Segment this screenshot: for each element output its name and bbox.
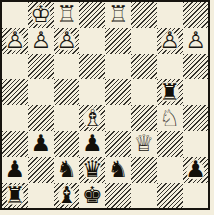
square-c1: [131, 2, 157, 28]
square-b7: [157, 157, 183, 183]
square-d4: [105, 79, 131, 105]
square-e3: [79, 54, 105, 80]
square-d1: ♖: [105, 2, 131, 28]
square-f2: ♙: [54, 28, 80, 54]
square-b4: ♜: [157, 79, 183, 105]
black-queen-icon: ♛: [82, 158, 103, 181]
square-a7: ♟: [183, 157, 209, 183]
square-h3: [2, 54, 28, 80]
square-h4: [2, 79, 28, 105]
square-b2: ♙: [157, 28, 183, 54]
square-e6: ♟: [79, 131, 105, 157]
square-a5: [183, 105, 209, 131]
white-pawn-icon: ♙: [30, 29, 51, 52]
square-e4: [79, 79, 105, 105]
board-frame: ♔♖♖♙♙♙♙♙♜♗♘♟♟♕♟♞♛♞♟♜♝♚: [0, 0, 210, 210]
black-pawn-icon: ♟: [30, 132, 51, 155]
square-a1: [183, 2, 209, 28]
square-f1: ♖: [54, 2, 80, 28]
square-d8: [105, 183, 131, 209]
square-d7: ♞: [105, 157, 131, 183]
black-pawn-icon: ♟: [82, 132, 103, 155]
square-f6: [54, 131, 80, 157]
square-g4: [28, 79, 54, 105]
square-e5: ♗: [79, 105, 105, 131]
square-h7: ♟: [2, 157, 28, 183]
white-pawn-icon: ♙: [5, 29, 26, 52]
square-a4: [183, 79, 209, 105]
square-e1: [79, 2, 105, 28]
square-d5: [105, 105, 131, 131]
square-f8: ♝: [54, 183, 80, 209]
square-g2: ♙: [28, 28, 54, 54]
white-queen-icon: ♕: [134, 132, 155, 155]
square-g3: [28, 54, 54, 80]
square-b3: [157, 54, 183, 80]
square-g8: [28, 183, 54, 209]
square-e7: ♛: [79, 157, 105, 183]
square-e8: ♚: [79, 183, 105, 209]
square-g7: [28, 157, 54, 183]
square-h5: [2, 105, 28, 131]
square-c8: [131, 183, 157, 209]
square-h2: ♙: [2, 28, 28, 54]
square-d3: [105, 54, 131, 80]
black-rook-icon: ♜: [5, 184, 26, 207]
black-knight-icon: ♞: [56, 158, 77, 181]
square-a3: [183, 54, 209, 80]
white-pawn-icon: ♙: [185, 29, 206, 52]
black-pawn-icon: ♟: [185, 158, 206, 181]
black-bishop-icon: ♝: [56, 184, 77, 207]
square-b5: ♘: [157, 105, 183, 131]
black-knight-icon: ♞: [108, 158, 129, 181]
square-a6: [183, 131, 209, 157]
square-c4: [131, 79, 157, 105]
square-b8: [157, 183, 183, 209]
white-bishop-icon: ♗: [82, 107, 103, 130]
square-c2: [131, 28, 157, 54]
white-rook-icon: ♖: [56, 3, 77, 26]
square-a8: [183, 183, 209, 209]
square-e2: [79, 28, 105, 54]
white-king-icon: ♔: [30, 3, 51, 26]
square-f4: [54, 79, 80, 105]
black-pawn-icon: ♟: [5, 158, 26, 181]
square-h8: ♜: [2, 183, 28, 209]
square-d2: [105, 28, 131, 54]
white-rook-icon: ♖: [108, 3, 129, 26]
square-c5: [131, 105, 157, 131]
black-king-icon: ♚: [82, 184, 103, 207]
square-h6: [2, 131, 28, 157]
square-g6: ♟: [28, 131, 54, 157]
white-pawn-icon: ♙: [159, 29, 180, 52]
square-d6: [105, 131, 131, 157]
black-rook-icon: ♜: [159, 81, 180, 104]
white-pawn-icon: ♙: [56, 29, 77, 52]
square-b6: [157, 131, 183, 157]
square-f5: [54, 105, 80, 131]
square-c6: ♕: [131, 131, 157, 157]
square-b1: [157, 2, 183, 28]
square-c3: [131, 54, 157, 80]
square-a2: ♙: [183, 28, 209, 54]
square-h1: [2, 2, 28, 28]
square-f3: [54, 54, 80, 80]
square-f7: ♞: [54, 157, 80, 183]
chess-board: ♔♖♖♙♙♙♙♙♜♗♘♟♟♕♟♞♛♞♟♜♝♚: [2, 2, 208, 208]
scanned-diagram-page: ♔♖♖♙♙♙♙♙♜♗♘♟♟♕♟♞♛♞♟♜♝♚: [0, 0, 214, 215]
square-g5: [28, 105, 54, 131]
white-knight-icon: ♘: [159, 107, 180, 130]
square-c7: [131, 157, 157, 183]
square-g1: ♔: [28, 2, 54, 28]
